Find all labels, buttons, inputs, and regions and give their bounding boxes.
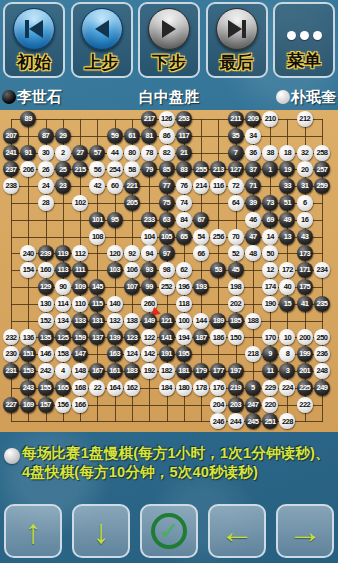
black-stone-117: 117 (176, 128, 192, 144)
black-stone-141: 141 (159, 329, 175, 345)
white-stone-126: 126 (159, 111, 175, 127)
black-stone-35: 35 (228, 128, 244, 144)
white-stone-116: 116 (210, 178, 226, 194)
white-stone-148: 148 (72, 363, 88, 379)
black-stone-43: 43 (297, 229, 313, 245)
black-stone-203: 203 (228, 397, 244, 413)
black-stone-199: 199 (297, 346, 313, 362)
black-stone-27: 27 (72, 145, 88, 161)
black-stone-231: 231 (3, 363, 19, 379)
game-result: 白中盘胜 (139, 88, 199, 107)
black-stone-121: 121 (159, 313, 175, 329)
white-stone-174: 174 (262, 279, 278, 295)
black-stone-161: 161 (107, 363, 123, 379)
black-stone-41: 41 (297, 296, 313, 312)
white-stone-198: 198 (228, 279, 244, 295)
black-stone-257: 257 (314, 161, 330, 177)
white-stone-252: 252 (159, 279, 175, 295)
black-stone-123: 123 (124, 329, 140, 345)
swipe-left-button[interactable]: ← (208, 504, 266, 558)
black-stone-149: 149 (141, 313, 157, 329)
white-stone-220: 220 (262, 397, 278, 413)
black-stone-57: 57 (89, 145, 105, 161)
top-toolbar: 初始上步下步最后菜单 (0, 2, 338, 82)
white-stone-130: 130 (38, 296, 54, 312)
go-to-start-button-label: 初始 (17, 50, 51, 76)
black-stone-61: 61 (124, 128, 140, 144)
white-stone-200: 200 (297, 329, 313, 345)
black-stone-97: 97 (159, 245, 175, 261)
black-stone-185: 185 (228, 313, 244, 329)
bottom-toolbar: ↑↓✓←→ (0, 504, 338, 560)
white-stone-70: 70 (228, 229, 244, 245)
black-stone-155: 155 (38, 380, 54, 396)
white-stone-186: 186 (210, 329, 226, 345)
black-stone-15: 15 (279, 296, 295, 312)
skip-to-end-icon (216, 8, 258, 50)
black-stone-95: 95 (107, 212, 123, 228)
white-stone-206: 206 (20, 161, 36, 177)
arrow-up-icon: ↑ (25, 514, 42, 548)
black-stone-59: 59 (107, 128, 123, 144)
black-player-name: 李世石 (17, 88, 62, 107)
black-stone-67: 67 (193, 212, 209, 228)
white-stone-6: 6 (297, 195, 313, 211)
black-stone-175: 175 (297, 279, 313, 295)
white-stone-120: 120 (107, 245, 123, 261)
match-rules-text: 每场比赛1盘慢棋(每方1小时，1次1分钟读秒)、4盘快棋(每方10分钟，5次40… (22, 444, 332, 482)
white-stone-60: 60 (107, 178, 123, 194)
black-stone-195: 195 (176, 346, 192, 362)
black-stone-239: 239 (38, 245, 54, 261)
step-forward-icon (148, 8, 190, 50)
white-stone-256: 256 (210, 229, 226, 245)
black-stone-81: 81 (141, 128, 157, 144)
menu-dots-icon (284, 8, 324, 48)
white-stone-232: 232 (3, 329, 19, 345)
black-stone-249: 249 (314, 380, 330, 396)
white-stone-66: 66 (193, 245, 209, 261)
white-stone-172: 172 (279, 262, 295, 278)
black-stone-205: 205 (124, 195, 140, 211)
white-stone-202: 202 (228, 296, 244, 312)
black-stone-213: 213 (210, 161, 226, 177)
black-stone-177: 177 (210, 363, 226, 379)
black-stone-21: 21 (176, 145, 192, 161)
white-stone-140: 140 (107, 296, 123, 312)
white-stone-58: 58 (124, 161, 140, 177)
white-stone-102: 102 (72, 195, 88, 211)
previous-move-button[interactable]: 上步 (71, 2, 133, 78)
white-stone-44: 44 (107, 145, 123, 161)
white-stone-260: 260 (141, 296, 157, 312)
white-stone-246: 246 (210, 413, 226, 429)
white-stone-74: 74 (176, 195, 192, 211)
white-stone-230: 230 (3, 346, 19, 362)
go-to-end-button-label: 最后 (220, 50, 254, 76)
white-stone-20: 20 (297, 161, 313, 177)
black-stone-139: 139 (107, 329, 123, 345)
white-stone-238: 238 (3, 178, 19, 194)
white-stone-112: 112 (72, 245, 88, 261)
black-stone-75: 75 (159, 195, 175, 211)
black-stone-107: 107 (124, 279, 140, 295)
black-stone-241: 241 (3, 145, 19, 161)
white-stone-138: 138 (124, 313, 140, 329)
black-stone-45: 45 (228, 262, 244, 278)
white-player: 朴珉奎 (276, 88, 336, 107)
white-stone-212: 212 (297, 111, 313, 127)
black-stone-115: 115 (89, 296, 105, 312)
scroll-down-button[interactable]: ↓ (72, 504, 130, 558)
white-stone-86: 86 (159, 128, 175, 144)
black-stone-153: 153 (20, 363, 36, 379)
white-stone-110: 110 (72, 296, 88, 312)
arrow-left-icon: ← (220, 514, 254, 548)
black-stone-253: 253 (176, 111, 192, 127)
black-stone-169: 169 (20, 397, 36, 413)
arrow-right-icon: → (288, 514, 322, 548)
black-stone-3: 3 (279, 363, 295, 379)
black-stone-171: 171 (297, 262, 313, 278)
menu-button-label: 菜单 (287, 48, 321, 74)
check-circle-icon: ✓ (151, 513, 187, 549)
black-stone-47: 47 (245, 229, 261, 245)
white-stone-94: 94 (141, 245, 157, 261)
white-stone-160: 160 (38, 262, 54, 278)
match-rules-note: 每场比赛1盘慢棋(每方1小时，1次1分钟读秒)、4盘快棋(每方10分钟，5次40… (0, 438, 338, 482)
black-stone-13: 13 (279, 229, 295, 245)
white-stone-250: 250 (314, 329, 330, 345)
white-stone-48: 48 (245, 245, 261, 261)
black-player: 李世石 (2, 88, 62, 107)
white-stone-8: 8 (279, 346, 295, 362)
black-stone-51: 51 (279, 195, 295, 211)
black-stone-11: 11 (262, 363, 278, 379)
note-bullet-icon (4, 448, 20, 464)
white-stone-icon (276, 90, 290, 104)
white-stone-234: 234 (314, 262, 330, 278)
black-stone-191: 191 (159, 346, 175, 362)
white-stone-50: 50 (262, 245, 278, 261)
white-stone-36: 36 (245, 145, 261, 161)
white-stone-244: 244 (228, 413, 244, 429)
black-stone-87: 87 (38, 128, 54, 144)
black-stone-207: 207 (3, 128, 19, 144)
white-stone-136: 136 (20, 329, 36, 345)
white-stone-12: 12 (262, 262, 278, 278)
black-stone-211: 211 (228, 111, 244, 127)
black-stone-201: 201 (297, 363, 313, 379)
white-stone-154: 154 (20, 262, 36, 278)
white-stone-210: 210 (262, 111, 278, 127)
next-move-button[interactable]: 下步 (138, 2, 200, 78)
white-stone-100: 100 (176, 313, 192, 329)
white-stone-168: 168 (72, 380, 88, 396)
white-stone-242: 242 (38, 363, 54, 379)
black-stone-65: 65 (176, 229, 192, 245)
menu-button[interactable]: 菜单 (273, 2, 335, 78)
black-stone-209: 209 (245, 111, 261, 127)
black-stone-255: 255 (193, 161, 209, 177)
white-stone-196: 196 (176, 279, 192, 295)
white-stone-82: 82 (159, 145, 175, 161)
white-stone-24: 24 (38, 178, 54, 194)
black-stone-77: 77 (159, 178, 175, 194)
white-stone-26: 26 (38, 161, 54, 177)
white-stone-248: 248 (314, 363, 330, 379)
white-stone-194: 194 (176, 329, 192, 345)
black-stone-9: 9 (262, 346, 278, 362)
white-stone-188: 188 (245, 313, 261, 329)
white-stone-104: 104 (141, 229, 157, 245)
black-stone-89: 89 (20, 111, 36, 127)
white-stone-146: 146 (38, 346, 54, 362)
black-stone-163: 163 (107, 346, 123, 362)
scroll-up-button[interactable]: ↑ (4, 504, 62, 558)
black-stone-19: 19 (279, 161, 295, 177)
black-stone-25: 25 (55, 161, 71, 177)
white-stone-64: 64 (228, 195, 244, 211)
white-stone-132: 132 (107, 313, 123, 329)
white-stone-222: 222 (297, 397, 313, 413)
white-stone-218: 218 (245, 346, 261, 362)
black-stone-91: 91 (20, 145, 36, 161)
white-stone-32: 32 (297, 145, 313, 161)
white-stone-258: 258 (314, 145, 330, 161)
white-stone-54: 54 (193, 229, 209, 245)
black-stone-183: 183 (124, 363, 140, 379)
black-stone-167: 167 (89, 363, 105, 379)
black-stone-53: 53 (210, 262, 226, 278)
go-board[interactable]: 8921712625321120921021220787295961818611… (0, 110, 338, 432)
black-stone-85: 85 (159, 161, 175, 177)
black-stone-137: 137 (89, 329, 105, 345)
white-stone-78: 78 (141, 145, 157, 161)
white-stone-46: 46 (245, 212, 261, 228)
black-stone-icon (2, 90, 16, 104)
white-stone-152: 152 (38, 313, 54, 329)
black-stone-217: 217 (141, 111, 157, 127)
white-player-name: 朴珉奎 (291, 88, 336, 107)
black-stone-215: 215 (72, 161, 88, 177)
white-stone-84: 84 (176, 212, 192, 228)
white-stone-122: 122 (141, 329, 157, 345)
white-stone-108: 108 (89, 229, 105, 245)
black-stone-235: 235 (314, 296, 330, 312)
arrow-down-icon: ↓ (93, 514, 110, 548)
step-back-icon (81, 8, 123, 50)
white-stone-22: 22 (89, 380, 105, 396)
black-stone-119: 119 (55, 245, 71, 261)
white-stone-184: 184 (159, 380, 175, 396)
black-stone-145: 145 (89, 279, 105, 295)
black-stone-133: 133 (72, 313, 88, 329)
white-stone-62: 62 (176, 262, 192, 278)
white-stone-229: 229 (262, 380, 278, 396)
black-stone-39: 39 (245, 195, 261, 211)
white-stone-72: 72 (228, 178, 244, 194)
black-stone-129: 129 (38, 279, 54, 295)
black-stone-243: 243 (20, 380, 36, 396)
white-stone-180: 180 (176, 380, 192, 396)
black-stone-99: 99 (141, 279, 157, 295)
black-stone-33: 33 (279, 178, 295, 194)
white-stone-240: 240 (20, 245, 36, 261)
white-stone-16: 16 (297, 212, 313, 228)
black-stone-7: 7 (228, 145, 244, 161)
black-stone-101: 101 (89, 212, 105, 228)
black-stone-63: 63 (159, 212, 175, 228)
black-stone-193: 193 (193, 279, 209, 295)
white-stone-214: 214 (193, 178, 209, 194)
black-stone-233: 233 (141, 212, 157, 228)
black-stone-245: 245 (245, 413, 261, 429)
white-stone-156: 156 (55, 397, 71, 413)
white-stone-80: 80 (124, 145, 140, 161)
next-move-button-label: 下步 (152, 50, 186, 76)
white-stone-56: 56 (89, 161, 105, 177)
white-stone-224: 224 (279, 380, 295, 396)
black-stone-251: 251 (262, 413, 278, 429)
white-stone-228: 228 (279, 413, 295, 429)
white-stone-38: 38 (262, 145, 278, 161)
white-stone-204: 204 (210, 397, 226, 413)
black-stone-1: 1 (262, 161, 278, 177)
black-stone-187: 187 (193, 329, 209, 345)
black-stone-49: 49 (279, 212, 295, 228)
black-stone-237: 237 (3, 161, 19, 177)
black-stone-73: 73 (262, 195, 278, 211)
confirm-button[interactable]: ✓ (140, 504, 198, 558)
white-stone-76: 76 (176, 178, 192, 194)
black-stone-23: 23 (55, 178, 71, 194)
white-stone-144: 144 (193, 313, 209, 329)
white-stone-42: 42 (89, 178, 105, 194)
white-stone-254: 254 (107, 161, 123, 177)
white-stone-98: 98 (159, 262, 175, 278)
white-stone-182: 182 (159, 363, 175, 379)
black-stone-227: 227 (3, 397, 19, 413)
white-stone-158: 158 (55, 346, 71, 362)
black-stone-179: 179 (193, 363, 209, 379)
white-stone-170: 170 (262, 329, 278, 345)
white-stone-18: 18 (279, 145, 295, 161)
black-stone-159: 159 (72, 329, 88, 345)
white-stone-34: 34 (245, 128, 261, 144)
white-stone-166: 166 (72, 397, 88, 413)
white-stone-236: 236 (314, 346, 330, 362)
white-stone-142: 142 (141, 346, 157, 362)
white-stone-30: 30 (38, 145, 54, 161)
white-stone-92: 92 (124, 245, 140, 261)
black-stone-225: 225 (297, 380, 313, 396)
white-stone-52: 52 (228, 245, 244, 261)
black-stone-71: 71 (245, 178, 261, 194)
black-stone-259: 259 (314, 178, 330, 194)
black-stone-221: 221 (124, 178, 140, 194)
white-stone-190: 190 (262, 296, 278, 312)
black-stone-127: 127 (228, 161, 244, 177)
black-stone-135: 135 (38, 329, 54, 345)
white-stone-150: 150 (228, 329, 244, 345)
black-stone-111: 111 (72, 262, 88, 278)
black-stone-105: 105 (159, 229, 175, 245)
black-stone-147: 147 (72, 346, 88, 362)
black-stone-181: 181 (176, 363, 192, 379)
black-stone-83: 83 (176, 161, 192, 177)
black-stone-5: 5 (245, 380, 261, 396)
player-bar: 李世石 白中盘胜 朴珉奎 (0, 84, 338, 110)
white-stone-4: 4 (55, 363, 71, 379)
black-stone-113: 113 (55, 262, 71, 278)
previous-move-button-label: 上步 (85, 50, 119, 76)
skip-to-start-icon (13, 8, 55, 50)
black-stone-109: 109 (72, 279, 88, 295)
white-stone-192: 192 (141, 363, 157, 379)
white-stone-14: 14 (262, 229, 278, 245)
white-stone-178: 178 (193, 380, 209, 396)
white-stone-162: 162 (124, 380, 140, 396)
go-to-end-button[interactable]: 最后 (206, 2, 268, 78)
black-stone-79: 79 (141, 161, 157, 177)
black-stone-157: 157 (38, 397, 54, 413)
white-stone-2: 2 (55, 145, 71, 161)
black-stone-31: 31 (297, 178, 313, 194)
black-stone-151: 151 (20, 346, 36, 362)
white-stone-164: 164 (107, 380, 123, 396)
white-stone-114: 114 (55, 296, 71, 312)
black-stone-29: 29 (55, 128, 71, 144)
white-stone-40: 40 (279, 279, 295, 295)
white-stone-90: 90 (55, 279, 71, 295)
swipe-right-button[interactable]: → (276, 504, 334, 558)
black-stone-69: 69 (262, 212, 278, 228)
white-stone-10: 10 (279, 329, 295, 345)
black-stone-37: 37 (245, 161, 261, 177)
white-stone-176: 176 (210, 380, 226, 396)
black-stone-189: 189 (210, 313, 226, 329)
black-stone-173: 173 (297, 245, 313, 261)
white-stone-106: 106 (124, 262, 140, 278)
black-stone-125: 125 (55, 329, 71, 345)
black-stone-131: 131 (89, 313, 105, 329)
white-stone-118: 118 (176, 296, 192, 312)
white-stone-134: 134 (55, 313, 71, 329)
black-stone-165: 165 (55, 380, 71, 396)
white-stone-28: 28 (38, 195, 54, 211)
black-stone-103: 103 (107, 262, 123, 278)
black-stone-197: 197 (228, 363, 244, 379)
black-stone-93: 93 (141, 262, 157, 278)
white-stone-124: 124 (124, 346, 140, 362)
black-stone-219: 219 (228, 380, 244, 396)
go-to-start-button[interactable]: 初始 (3, 2, 65, 78)
black-stone-247: 247 (245, 397, 261, 413)
